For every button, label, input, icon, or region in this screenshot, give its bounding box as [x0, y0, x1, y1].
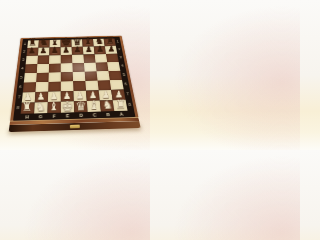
square-d6[interactable]: [72, 55, 84, 64]
file-label: G: [34, 113, 48, 120]
white-king[interactable]: ♚: [61, 99, 75, 113]
black-pawn[interactable]: ♟: [26, 44, 38, 56]
file-label: H: [20, 113, 34, 120]
square-d4[interactable]: [73, 72, 86, 82]
square-e4[interactable]: [61, 72, 73, 82]
square-a5[interactable]: [107, 62, 120, 71]
brass-clasp[interactable]: [70, 125, 80, 129]
chess-board: 12345678 12345678 HGFEDCBA ♜♞♝♚♛♝♞♜♟♟♟♟♟…: [9, 36, 141, 132]
square-e5[interactable]: [61, 63, 73, 72]
black-pawn[interactable]: ♟: [106, 43, 118, 55]
square-d5[interactable]: [72, 63, 84, 72]
wood-frame: 12345678 12345678 HGFEDCBA ♜♞♝♚♛♝♞♜♟♟♟♟♟…: [10, 36, 138, 121]
file-label: F: [47, 113, 61, 120]
square-h7[interactable]: ♟: [27, 48, 39, 56]
file-label: C: [88, 111, 102, 118]
square-c5[interactable]: [84, 63, 97, 72]
square-d1[interactable]: ♛: [74, 101, 88, 112]
square-c7[interactable]: ♟: [83, 46, 95, 54]
square-g7[interactable]: ♟: [38, 47, 50, 55]
black-pawn[interactable]: ♟: [49, 44, 61, 56]
square-f6[interactable]: [49, 55, 61, 64]
white-knight[interactable]: ♞: [101, 98, 115, 112]
black-pawn[interactable]: ♟: [94, 43, 106, 55]
black-pawn[interactable]: ♟: [38, 44, 50, 56]
white-bishop[interactable]: ♝: [47, 99, 61, 113]
square-f5[interactable]: [49, 63, 61, 72]
white-rook[interactable]: ♜: [20, 100, 34, 114]
white-bishop[interactable]: ♝: [87, 98, 101, 112]
file-label: A: [114, 111, 128, 118]
square-b1[interactable]: ♞: [100, 100, 115, 111]
square-e1[interactable]: ♚: [61, 101, 74, 112]
square-c4[interactable]: [85, 71, 98, 81]
square-c6[interactable]: [83, 54, 95, 63]
square-f7[interactable]: ♟: [49, 47, 60, 55]
square-f1[interactable]: ♝: [48, 102, 61, 113]
white-queen[interactable]: ♛: [74, 99, 88, 113]
square-e6[interactable]: [61, 55, 73, 64]
square-h4[interactable]: [24, 73, 37, 83]
square-c1[interactable]: ♝: [87, 101, 101, 112]
square-h1[interactable]: ♜: [21, 102, 35, 113]
square-a6[interactable]: [106, 54, 119, 63]
square-g4[interactable]: [36, 73, 49, 83]
square-a7[interactable]: ♟: [105, 46, 117, 54]
square-h6[interactable]: [26, 56, 38, 65]
coordinate-border: 12345678 12345678 HGFEDCBA ♜♞♝♚♛♝♞♜♟♟♟♟♟…: [13, 37, 135, 121]
square-e7[interactable]: ♟: [61, 47, 72, 55]
white-knight[interactable]: ♞: [34, 100, 48, 114]
file-label: B: [101, 111, 115, 118]
square-g1[interactable]: ♞: [34, 102, 48, 113]
square-g5[interactable]: [37, 64, 49, 73]
square-b7[interactable]: ♟: [94, 46, 106, 54]
chess-set-scene: 12345678 12345678 HGFEDCBA ♜♞♝♚♛♝♞♜♟♟♟♟♟…: [9, 0, 141, 142]
black-pawn[interactable]: ♟: [83, 43, 95, 55]
square-f4[interactable]: [48, 72, 60, 82]
board-grid: ♜♞♝♚♛♝♞♜♟♟♟♟♟♟♟♟♟♟♟♟♟♟♟♟♜♞♝♚♛♝♞♜: [21, 38, 128, 113]
square-a4[interactable]: [108, 71, 122, 81]
square-g6[interactable]: [37, 55, 49, 64]
black-pawn[interactable]: ♟: [60, 44, 72, 56]
white-rook[interactable]: ♜: [114, 98, 128, 112]
square-a1[interactable]: ♜: [113, 100, 128, 111]
square-d7[interactable]: ♟: [72, 47, 84, 55]
square-h5[interactable]: [25, 64, 38, 73]
black-pawn[interactable]: ♟: [72, 43, 84, 55]
